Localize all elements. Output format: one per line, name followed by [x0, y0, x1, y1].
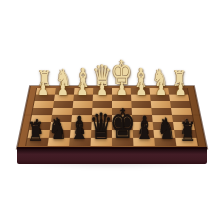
piece-white-pawn[interactable]: ♟: [96, 81, 107, 99]
piece-black-bishop[interactable]: ♝: [134, 113, 155, 145]
piece-black-rook[interactable]: ♜: [180, 118, 197, 145]
square[interactable]: [151, 101, 171, 108]
piece-white-pawn[interactable]: ♟: [38, 81, 49, 99]
square[interactable]: [53, 101, 73, 108]
square[interactable]: [33, 101, 54, 108]
product-photo: ♜♞♝♛♚♝♞♜♟♟♟♟♟♟♟♟♟♟♟♟♟♟♟♟♜♞♝♛♚♝♞♜: [0, 0, 224, 224]
piece-white-pawn[interactable]: ♟: [155, 81, 166, 99]
piece-black-king[interactable]: ♚: [110, 104, 136, 145]
piece-white-pawn[interactable]: ♟: [175, 81, 186, 99]
piece-black-bishop[interactable]: ♝: [69, 113, 90, 145]
piece-black-knight[interactable]: ♞: [157, 115, 176, 144]
piece-white-pawn[interactable]: ♟: [57, 81, 68, 99]
piece-white-pawn[interactable]: ♟: [77, 81, 88, 99]
square[interactable]: [170, 101, 191, 108]
board-side-panel: [17, 147, 207, 164]
piece-black-knight[interactable]: ♞: [48, 115, 67, 144]
piece-white-pawn[interactable]: ♟: [136, 81, 147, 99]
piece-white-pawn[interactable]: ♟: [116, 81, 127, 99]
piece-black-rook[interactable]: ♜: [27, 118, 44, 145]
